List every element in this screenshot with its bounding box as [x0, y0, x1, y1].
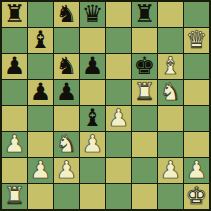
square-b8[interactable] [28, 2, 53, 27]
square-g2[interactable]: ♟ [158, 158, 183, 183]
square-a3[interactable]: ♟ [2, 132, 27, 157]
square-d3[interactable]: ♟ [80, 132, 105, 157]
square-f2[interactable] [132, 158, 157, 183]
square-c3[interactable]: ♞ [54, 132, 79, 157]
piece-white-rook[interactable]: ♜ [134, 80, 156, 104]
square-d6[interactable]: ♟ [80, 54, 105, 79]
square-a4[interactable] [2, 106, 27, 131]
piece-white-queen[interactable]: ♛ [186, 28, 208, 52]
square-g6[interactable]: ♝ [158, 54, 183, 79]
square-c1[interactable] [54, 184, 79, 209]
square-g8[interactable] [158, 2, 183, 27]
square-b5[interactable]: ♟ [28, 80, 53, 105]
square-a8[interactable]: ♜ [2, 2, 27, 27]
square-c5[interactable]: ♟ [54, 80, 79, 105]
square-a5[interactable] [2, 80, 27, 105]
piece-black-pawn[interactable]: ♟ [82, 54, 104, 78]
piece-black-pawn[interactable]: ♟ [56, 80, 78, 104]
piece-white-pawn[interactable]: ♟ [30, 158, 52, 182]
piece-white-pawn[interactable]: ♟ [4, 132, 26, 156]
square-d4[interactable]: ♝ [80, 106, 105, 131]
piece-black-pawn[interactable]: ♟ [30, 80, 52, 104]
square-d1[interactable] [80, 184, 105, 209]
piece-black-pawn[interactable]: ♟ [4, 54, 26, 78]
square-f6[interactable]: ♚ [132, 54, 157, 79]
piece-white-bishop[interactable]: ♝ [160, 54, 182, 78]
chess-board: ♜♞♛♜♝♛♟♞♟♚♝♟♟♜♞♝♟♟♞♟♟♟♟♟♜♚ [2, 2, 209, 209]
square-e1[interactable] [106, 184, 131, 209]
square-c8[interactable]: ♞ [54, 2, 79, 27]
square-h3[interactable] [184, 132, 209, 157]
square-a6[interactable]: ♟ [2, 54, 27, 79]
square-a7[interactable] [2, 28, 27, 53]
square-h2[interactable]: ♟ [184, 158, 209, 183]
square-b6[interactable] [28, 54, 53, 79]
square-b7[interactable]: ♝ [28, 28, 53, 53]
square-a1[interactable]: ♜ [2, 184, 27, 209]
piece-white-rook[interactable]: ♜ [4, 184, 26, 208]
piece-black-knight[interactable]: ♞ [56, 2, 78, 26]
square-g7[interactable] [158, 28, 183, 53]
square-d5[interactable] [80, 80, 105, 105]
square-g1[interactable] [158, 184, 183, 209]
square-e3[interactable] [106, 132, 131, 157]
square-h4[interactable] [184, 106, 209, 131]
piece-white-king[interactable]: ♚ [186, 184, 208, 208]
chess-board-frame: ♜♞♛♜♝♛♟♞♟♚♝♟♟♜♞♝♟♟♞♟♟♟♟♟♜♚ [0, 0, 211, 211]
square-e4[interactable]: ♟ [106, 106, 131, 131]
square-a2[interactable] [2, 158, 27, 183]
piece-black-rook[interactable]: ♜ [134, 2, 156, 26]
piece-black-rook[interactable]: ♜ [4, 2, 26, 26]
square-c2[interactable]: ♟ [54, 158, 79, 183]
square-h8[interactable] [184, 2, 209, 27]
piece-white-pawn[interactable]: ♟ [108, 106, 130, 130]
square-h1[interactable]: ♚ [184, 184, 209, 209]
square-h7[interactable]: ♛ [184, 28, 209, 53]
square-e8[interactable] [106, 2, 131, 27]
piece-black-bishop[interactable]: ♝ [82, 106, 104, 130]
square-g3[interactable] [158, 132, 183, 157]
square-e2[interactable] [106, 158, 131, 183]
square-b1[interactable] [28, 184, 53, 209]
piece-white-knight[interactable]: ♞ [56, 132, 78, 156]
square-b2[interactable]: ♟ [28, 158, 53, 183]
piece-white-knight[interactable]: ♞ [160, 80, 182, 104]
piece-white-pawn[interactable]: ♟ [186, 158, 208, 182]
piece-white-pawn[interactable]: ♟ [160, 158, 182, 182]
square-h6[interactable] [184, 54, 209, 79]
square-f7[interactable] [132, 28, 157, 53]
square-f8[interactable]: ♜ [132, 2, 157, 27]
square-f1[interactable] [132, 184, 157, 209]
square-e7[interactable] [106, 28, 131, 53]
piece-black-bishop[interactable]: ♝ [30, 28, 52, 52]
square-f5[interactable]: ♜ [132, 80, 157, 105]
square-b4[interactable] [28, 106, 53, 131]
square-f4[interactable] [132, 106, 157, 131]
square-d2[interactable] [80, 158, 105, 183]
piece-white-pawn[interactable]: ♟ [82, 132, 104, 156]
piece-black-king[interactable]: ♚ [134, 54, 156, 78]
square-g5[interactable]: ♞ [158, 80, 183, 105]
square-e5[interactable] [106, 80, 131, 105]
piece-black-queen[interactable]: ♛ [82, 2, 104, 26]
square-f3[interactable] [132, 132, 157, 157]
square-d8[interactable]: ♛ [80, 2, 105, 27]
square-e6[interactable] [106, 54, 131, 79]
square-d7[interactable] [80, 28, 105, 53]
piece-black-knight[interactable]: ♞ [56, 54, 78, 78]
square-c7[interactable] [54, 28, 79, 53]
square-c6[interactable]: ♞ [54, 54, 79, 79]
square-g4[interactable] [158, 106, 183, 131]
square-h5[interactable] [184, 80, 209, 105]
piece-white-pawn[interactable]: ♟ [56, 158, 78, 182]
square-b3[interactable] [28, 132, 53, 157]
square-c4[interactable] [54, 106, 79, 131]
